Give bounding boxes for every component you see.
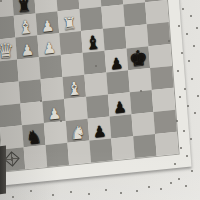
square-d1[interactable] bbox=[67, 141, 91, 165]
white-bishop[interactable]: ♝ bbox=[17, 18, 34, 38]
black-pawn[interactable]: ♟ bbox=[92, 124, 107, 140]
square-g1[interactable] bbox=[133, 134, 157, 158]
square-c4[interactable] bbox=[41, 77, 65, 101]
square-a6[interactable]: ♛ bbox=[0, 38, 17, 62]
square-h6[interactable] bbox=[147, 22, 171, 46]
square-d5[interactable] bbox=[61, 53, 85, 77]
square-b3[interactable] bbox=[20, 101, 44, 125]
white-bishop[interactable]: ♝ bbox=[66, 79, 83, 99]
square-h5[interactable] bbox=[148, 44, 172, 68]
square-c3[interactable]: ♟ bbox=[42, 99, 66, 123]
square-f7[interactable] bbox=[101, 5, 125, 29]
square-b6[interactable]: ♟ bbox=[15, 35, 39, 59]
square-c1[interactable] bbox=[46, 143, 70, 167]
square-g5[interactable]: ♚ bbox=[127, 46, 151, 70]
square-f4[interactable] bbox=[106, 70, 130, 94]
white-pawn[interactable]: ♟ bbox=[42, 41, 57, 57]
square-c6[interactable]: ♟ bbox=[37, 33, 61, 57]
square-a4[interactable] bbox=[0, 81, 20, 105]
square-g2[interactable] bbox=[131, 112, 155, 136]
square-d4[interactable]: ♝ bbox=[62, 75, 86, 99]
square-f1[interactable] bbox=[111, 136, 135, 160]
black-knight[interactable]: ♞ bbox=[25, 127, 42, 147]
square-a3[interactable] bbox=[0, 103, 22, 127]
white-knight[interactable]: ♞ bbox=[69, 123, 86, 143]
white-pawn[interactable]: ♟ bbox=[47, 106, 62, 122]
square-d2[interactable]: ♞ bbox=[66, 119, 90, 143]
square-g7[interactable] bbox=[123, 2, 147, 26]
square-b1[interactable] bbox=[24, 145, 48, 169]
square-e7[interactable] bbox=[79, 7, 103, 31]
black-bishop[interactable]: ♝ bbox=[84, 33, 101, 53]
chessboard-grid: ♜♝♟♜♛♟♟♝♟♚♝♟♟♞♞♟ bbox=[0, 0, 179, 171]
square-e3[interactable] bbox=[86, 95, 110, 119]
square-b7[interactable]: ♝ bbox=[14, 13, 38, 37]
black-rook[interactable]: ♜ bbox=[16, 0, 31, 15]
black-king[interactable]: ♚ bbox=[128, 47, 148, 70]
chessboard: ♜♝♟♜♛♟♟♝♟♚♝♟♟♞♞♟ bbox=[0, 0, 192, 186]
photo-frame: ♜♝♟♜♛♟♟♝♟♚♝♟♟♞♞♟ bbox=[0, 0, 200, 200]
square-h1[interactable] bbox=[155, 132, 179, 156]
square-h4[interactable] bbox=[150, 66, 174, 90]
square-g3[interactable] bbox=[130, 90, 154, 114]
white-queen[interactable]: ♛ bbox=[0, 40, 15, 62]
black-pawn[interactable]: ♟ bbox=[113, 100, 128, 116]
square-d7[interactable]: ♜ bbox=[58, 9, 82, 33]
square-b2[interactable]: ♞ bbox=[22, 123, 46, 147]
square-c7[interactable]: ♟ bbox=[36, 11, 60, 35]
square-h2[interactable] bbox=[153, 110, 177, 134]
square-f2[interactable] bbox=[110, 114, 134, 138]
corner-diamond-mark bbox=[4, 151, 19, 167]
square-e6[interactable]: ♝ bbox=[81, 29, 105, 53]
square-e4[interactable] bbox=[84, 73, 108, 97]
square-h7[interactable] bbox=[145, 0, 169, 24]
square-g4[interactable] bbox=[128, 68, 152, 92]
white-pawn[interactable]: ♟ bbox=[40, 19, 55, 35]
square-c5[interactable] bbox=[39, 55, 63, 79]
square-a5[interactable] bbox=[0, 60, 19, 84]
square-f6[interactable] bbox=[103, 26, 127, 50]
square-f3[interactable]: ♟ bbox=[108, 92, 132, 116]
square-d6[interactable] bbox=[59, 31, 83, 55]
white-pawn[interactable]: ♟ bbox=[20, 43, 35, 59]
square-h3[interactable] bbox=[152, 88, 176, 112]
square-c2[interactable] bbox=[44, 121, 68, 145]
square-e5[interactable] bbox=[83, 51, 107, 75]
square-b5[interactable] bbox=[17, 57, 41, 81]
square-e2[interactable]: ♟ bbox=[88, 116, 112, 140]
board-side-edge bbox=[0, 146, 6, 195]
square-e1[interactable] bbox=[89, 138, 113, 162]
square-d3[interactable] bbox=[64, 97, 88, 121]
square-f5[interactable]: ♟ bbox=[105, 48, 129, 72]
black-pawn[interactable]: ♟ bbox=[109, 56, 124, 72]
square-b4[interactable] bbox=[19, 79, 43, 103]
white-rook[interactable]: ♜ bbox=[62, 15, 77, 32]
